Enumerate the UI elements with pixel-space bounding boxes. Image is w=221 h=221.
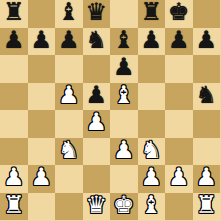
square-f5[interactable]	[138, 83, 166, 111]
piece-black-pawn: ♟	[113, 55, 135, 81]
square-f8[interactable]: ♜	[138, 0, 166, 28]
square-f2[interactable]: ♟	[138, 165, 166, 193]
piece-white-pawn: ♟	[58, 83, 80, 109]
square-f7[interactable]: ♟	[138, 28, 166, 56]
square-a2[interactable]: ♟	[0, 165, 28, 193]
square-c2[interactable]	[55, 165, 83, 193]
piece-black-pawn: ♟	[30, 28, 52, 54]
square-f1[interactable]: ♝	[138, 193, 166, 221]
square-e6[interactable]: ♟	[110, 55, 138, 83]
square-g7[interactable]: ♟	[165, 28, 193, 56]
square-b7[interactable]: ♟	[28, 28, 56, 56]
chess-board: ♜♝♛♜♚♟♟♟♞♝♟♟♟♟♟♟♝♞♟♞♟♞♟♟♟♟♟♜♛♚♝♜	[0, 0, 220, 220]
piece-black-pawn: ♟	[140, 28, 162, 54]
square-d3[interactable]	[83, 138, 111, 166]
square-h6[interactable]	[193, 55, 221, 83]
square-e1[interactable]: ♚	[110, 193, 138, 221]
square-a8[interactable]: ♜	[0, 0, 28, 28]
square-b1[interactable]	[28, 193, 56, 221]
square-a4[interactable]	[0, 110, 28, 138]
piece-white-pawn: ♟	[140, 165, 162, 191]
square-c8[interactable]: ♝	[55, 0, 83, 28]
piece-black-king: ♚	[168, 0, 190, 26]
square-a6[interactable]	[0, 55, 28, 83]
square-h2[interactable]: ♟	[193, 165, 221, 193]
square-h5[interactable]: ♞	[193, 83, 221, 111]
square-e8[interactable]	[110, 0, 138, 28]
piece-black-bishop: ♝	[113, 28, 135, 54]
square-d2[interactable]	[83, 165, 111, 193]
square-f4[interactable]	[138, 110, 166, 138]
piece-white-bishop: ♝	[113, 83, 135, 109]
square-g5[interactable]	[165, 83, 193, 111]
square-h1[interactable]: ♜	[193, 193, 221, 221]
piece-black-queen: ♛	[85, 0, 107, 26]
piece-white-pawn: ♟	[195, 165, 217, 191]
square-b2[interactable]: ♟	[28, 165, 56, 193]
piece-black-pawn: ♟	[168, 28, 190, 54]
square-c4[interactable]	[55, 110, 83, 138]
piece-white-rook: ♜	[3, 193, 25, 219]
square-g2[interactable]: ♟	[165, 165, 193, 193]
piece-black-pawn: ♟	[85, 83, 107, 109]
piece-black-pawn: ♟	[195, 28, 217, 54]
piece-black-pawn: ♟	[58, 28, 80, 54]
piece-white-pawn: ♟	[168, 165, 190, 191]
square-g8[interactable]: ♚	[165, 0, 193, 28]
square-h8[interactable]	[193, 0, 221, 28]
square-d8[interactable]: ♛	[83, 0, 111, 28]
square-d5[interactable]: ♟	[83, 83, 111, 111]
square-c5[interactable]: ♟	[55, 83, 83, 111]
square-h7[interactable]: ♟	[193, 28, 221, 56]
piece-white-rook: ♜	[195, 193, 217, 219]
square-d4[interactable]: ♟	[83, 110, 111, 138]
square-b6[interactable]	[28, 55, 56, 83]
square-d1[interactable]: ♛	[83, 193, 111, 221]
piece-white-queen: ♛	[85, 193, 107, 219]
piece-white-pawn: ♟	[30, 165, 52, 191]
square-c3[interactable]: ♞	[55, 138, 83, 166]
square-g6[interactable]	[165, 55, 193, 83]
piece-black-bishop: ♝	[58, 0, 80, 26]
piece-black-rook: ♜	[140, 0, 162, 26]
square-a7[interactable]: ♟	[0, 28, 28, 56]
piece-black-knight: ♞	[85, 28, 107, 54]
piece-black-knight: ♞	[195, 83, 217, 109]
piece-white-knight: ♞	[140, 138, 162, 164]
square-f6[interactable]	[138, 55, 166, 83]
piece-white-pawn: ♟	[3, 165, 25, 191]
square-e4[interactable]	[110, 110, 138, 138]
piece-white-bishop: ♝	[140, 193, 162, 219]
square-f3[interactable]: ♞	[138, 138, 166, 166]
square-b3[interactable]	[28, 138, 56, 166]
square-e2[interactable]	[110, 165, 138, 193]
square-e7[interactable]: ♝	[110, 28, 138, 56]
square-a1[interactable]: ♜	[0, 193, 28, 221]
square-a5[interactable]	[0, 83, 28, 111]
square-c6[interactable]	[55, 55, 83, 83]
square-g3[interactable]	[165, 138, 193, 166]
square-d6[interactable]	[83, 55, 111, 83]
square-d7[interactable]: ♞	[83, 28, 111, 56]
square-g4[interactable]	[165, 110, 193, 138]
square-g1[interactable]	[165, 193, 193, 221]
square-a3[interactable]	[0, 138, 28, 166]
square-h3[interactable]	[193, 138, 221, 166]
square-c1[interactable]	[55, 193, 83, 221]
piece-white-king: ♚	[113, 193, 135, 219]
square-e5[interactable]: ♝	[110, 83, 138, 111]
piece-white-pawn: ♟	[85, 110, 107, 136]
piece-black-pawn: ♟	[3, 28, 25, 54]
square-b4[interactable]	[28, 110, 56, 138]
square-b8[interactable]	[28, 0, 56, 28]
square-h4[interactable]	[193, 110, 221, 138]
square-b5[interactable]	[28, 83, 56, 111]
square-e3[interactable]: ♟	[110, 138, 138, 166]
piece-black-rook: ♜	[3, 0, 25, 26]
piece-white-pawn: ♟	[113, 138, 135, 164]
piece-white-knight: ♞	[58, 138, 80, 164]
square-c7[interactable]: ♟	[55, 28, 83, 56]
